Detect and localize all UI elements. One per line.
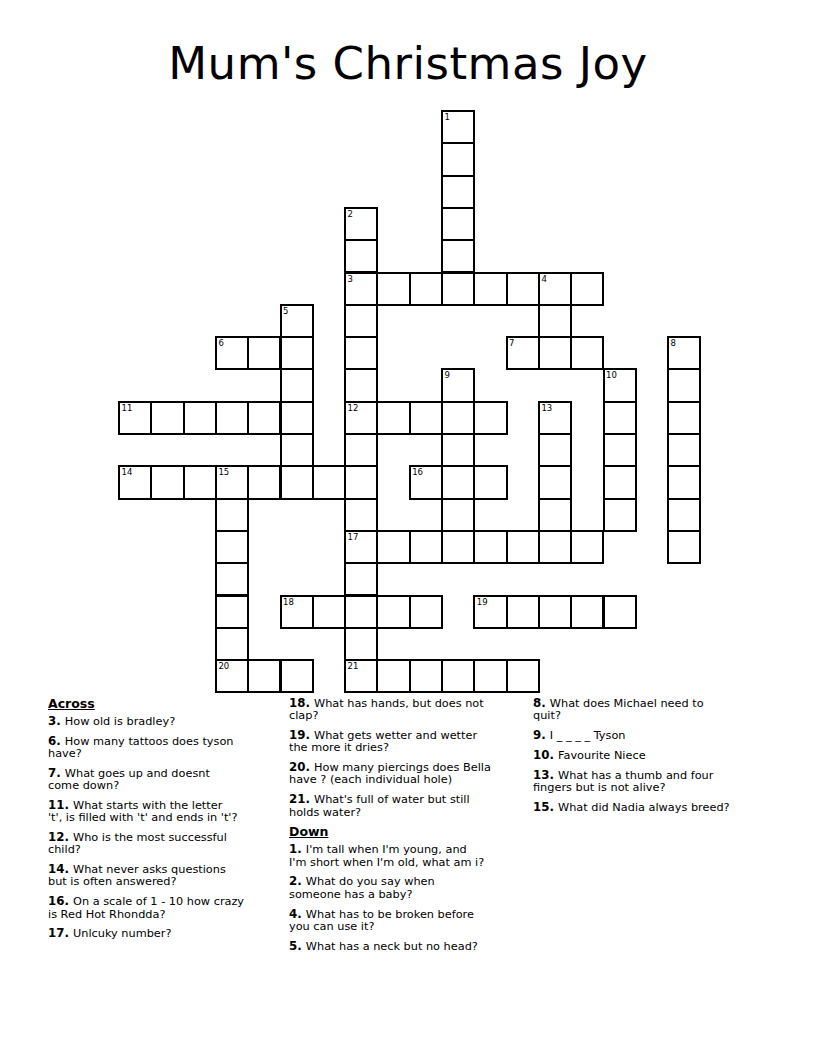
clue-across-11: 11. What starts with the letter't', is f… (48, 799, 296, 825)
grid-cell-r14c3[interactable] (215, 562, 249, 596)
crossword-grid: 123456789101112131415161718192021 (118, 110, 702, 694)
clue-number: 11. (48, 798, 73, 812)
grid-cell-r11c3[interactable]: 15 (215, 465, 249, 499)
grid-cell-r7c4[interactable] (247, 336, 281, 370)
grid-cell-r7c7[interactable] (344, 336, 378, 370)
grid-cell-r17c9[interactable] (409, 659, 443, 693)
grid-cell-r12c3[interactable] (215, 498, 249, 532)
across-clues-column: Across3. How old is bradley?6. How many … (48, 697, 296, 947)
cell-number: 1 (445, 112, 450, 122)
clue-across-12: 12. Who is the most successfulchild? (48, 831, 296, 857)
page: Mum's Christmas Joy 12345678910111213141… (0, 0, 816, 1056)
clue-across-7: 7. What goes up and doesntcome down? (48, 767, 296, 793)
clue-down-2: 2. What do you say whensomeone has a bab… (289, 875, 537, 901)
grid-cell-r15c7[interactable] (344, 595, 378, 629)
grid-cell-r11c9[interactable]: 16 (409, 465, 443, 499)
cell-number: 18 (283, 597, 294, 607)
grid-cell-r4c10[interactable] (441, 239, 475, 273)
cell-number: 10 (606, 370, 617, 380)
grid-cell-r5c12[interactable] (506, 272, 540, 306)
cell-number: 13 (541, 403, 552, 413)
clue-across-16: 16. On a scale of 1 - 10 how crazyis Red… (48, 895, 296, 921)
clue-number: 21. (289, 792, 314, 806)
grid-cell-r9c15[interactable] (603, 401, 637, 435)
cell-number: 15 (218, 467, 229, 477)
grid-cell-r13c12[interactable] (506, 530, 540, 564)
clue-across-17: 17. Unlcuky number? (48, 927, 296, 940)
grid-cell-r5c11[interactable] (473, 272, 507, 306)
grid-cell-r15c3[interactable] (215, 595, 249, 629)
clue-number: 7. (48, 766, 65, 780)
down-clues-column: 8. What does Michael need toquit?9. I _ … (533, 697, 781, 821)
clue-across-6: 6. How many tattoos does tysonhave? (48, 735, 296, 761)
grid-cell-r7c17[interactable]: 8 (667, 336, 701, 370)
grid-cell-r9c11[interactable] (473, 401, 507, 435)
grid-cell-r7c5[interactable] (280, 336, 314, 370)
grid-cell-r9c5[interactable] (280, 401, 314, 435)
grid-cell-r9c0[interactable]: 11 (118, 401, 152, 435)
clue-number: 5. (289, 939, 306, 953)
grid-cell-r7c13[interactable] (538, 336, 572, 370)
grid-cell-r2c10[interactable] (441, 175, 475, 209)
clue-number: 4. (289, 907, 306, 921)
grid-cell-r6c13[interactable] (538, 304, 572, 338)
grid-cell-r10c15[interactable] (603, 433, 637, 467)
cell-number: 11 (122, 403, 133, 413)
cell-number: 3 (348, 274, 353, 284)
grid-cell-r15c5[interactable]: 18 (280, 595, 314, 629)
grid-cell-r13c11[interactable] (473, 530, 507, 564)
grid-cell-r10c17[interactable] (667, 433, 701, 467)
clue-down-13: 13. What has a thumb and fourfingers but… (533, 769, 781, 795)
cell-number: 20 (218, 661, 229, 671)
grid-cell-r10c5[interactable] (280, 433, 314, 467)
clue-down-8: 8. What does Michael need toquit? (533, 697, 781, 723)
clue-number: 15. (533, 800, 558, 814)
grid-cell-r15c13[interactable] (538, 595, 572, 629)
grid-cell-r11c6[interactable] (312, 465, 346, 499)
clue-number: 2. (289, 874, 306, 888)
grid-cell-r11c7[interactable] (344, 465, 378, 499)
grid-cell-r12c17[interactable] (667, 498, 701, 532)
clue-across-19: 19. What gets wetter and wetterthe more … (289, 729, 537, 755)
clue-number: 19. (289, 728, 314, 742)
cell-number: 17 (348, 532, 359, 542)
cell-number: 21 (348, 661, 359, 671)
grid-cell-r11c10[interactable] (441, 465, 475, 499)
grid-cell-r11c4[interactable] (247, 465, 281, 499)
grid-cell-r6c7[interactable] (344, 304, 378, 338)
grid-cell-r9c4[interactable] (247, 401, 281, 435)
grid-cell-r9c9[interactable] (409, 401, 443, 435)
cell-number: 6 (218, 338, 223, 348)
grid-cell-r5c10[interactable] (441, 272, 475, 306)
grid-cell-r13c10[interactable] (441, 530, 475, 564)
grid-cell-r5c14[interactable] (570, 272, 604, 306)
grid-cell-r15c11[interactable]: 19 (473, 595, 507, 629)
grid-cell-r13c8[interactable] (376, 530, 410, 564)
cell-number: 16 (412, 467, 423, 477)
grid-cell-r13c17[interactable] (667, 530, 701, 564)
grid-cell-r15c8[interactable] (376, 595, 410, 629)
grid-cell-r9c8[interactable] (376, 401, 410, 435)
cell-number: 12 (348, 403, 359, 413)
grid-cell-r10c7[interactable] (344, 433, 378, 467)
cell-number: 8 (671, 338, 676, 348)
grid-cell-r10c10[interactable] (441, 433, 475, 467)
grid-cell-r10c13[interactable] (538, 433, 572, 467)
grid-cell-r9c7[interactable]: 12 (344, 401, 378, 435)
grid-cell-r11c11[interactable] (473, 465, 507, 499)
clue-across-20: 20. How many piercings does Bellahave ? … (289, 761, 537, 787)
grid-cell-r12c13[interactable] (538, 498, 572, 532)
grid-cell-r15c15[interactable] (603, 595, 637, 629)
grid-cell-r12c7[interactable] (344, 498, 378, 532)
clue-number: 3. (48, 714, 65, 728)
grid-cell-r0c10[interactable]: 1 (441, 110, 475, 144)
grid-cell-r11c2[interactable] (183, 465, 217, 499)
grid-cell-r15c12[interactable] (506, 595, 540, 629)
cell-number: 2 (348, 209, 353, 219)
grid-cell-r17c7[interactable]: 21 (344, 659, 378, 693)
grid-cell-r8c10[interactable]: 9 (441, 368, 475, 402)
clue-down-1: 1. I'm tall when I'm young, andI'm short… (289, 843, 537, 869)
grid-cell-r5c13[interactable]: 4 (538, 272, 572, 306)
grid-cell-r17c10[interactable] (441, 659, 475, 693)
grid-cell-r8c5[interactable] (280, 368, 314, 402)
grid-cell-r9c10[interactable] (441, 401, 475, 435)
clue-number: 9. (533, 728, 550, 742)
clue-down-15: 15. What did Nadia always breed? (533, 801, 781, 814)
grid-cell-r4c7[interactable] (344, 239, 378, 273)
across-header: Across (48, 697, 296, 710)
grid-cell-r9c3[interactable] (215, 401, 249, 435)
clue-number: 8. (533, 696, 550, 710)
puzzle-title: Mum's Christmas Joy (0, 38, 816, 90)
grid-cell-r5c8[interactable] (376, 272, 410, 306)
clue-number: 17. (48, 926, 73, 940)
grid-cell-r17c4[interactable] (247, 659, 281, 693)
down-header: Down (289, 825, 537, 838)
grid-cell-r9c17[interactable] (667, 401, 701, 435)
clue-number: 6. (48, 734, 65, 748)
clue-down-9: 9. I _ _ _ _ Tyson (533, 729, 781, 742)
grid-cell-r15c14[interactable] (570, 595, 604, 629)
grid-cell-r8c15[interactable]: 10 (603, 368, 637, 402)
grid-cell-r14c7[interactable] (344, 562, 378, 596)
grid-cell-r6c5[interactable]: 5 (280, 304, 314, 338)
grid-cell-r11c13[interactable] (538, 465, 572, 499)
grid-cell-r3c7[interactable]: 2 (344, 207, 378, 241)
clue-across-21: 21. What's full of water but stillholds … (289, 793, 537, 819)
clue-down-10: 10. Favourite Niece (533, 749, 781, 762)
grid-cell-r12c10[interactable] (441, 498, 475, 532)
grid-cell-r1c10[interactable] (441, 142, 475, 176)
grid-cell-r17c12[interactable] (506, 659, 540, 693)
clue-down-5: 5. What has a neck but no head? (289, 940, 537, 953)
grid-cell-r17c8[interactable] (376, 659, 410, 693)
grid-cell-r7c12[interactable]: 7 (506, 336, 540, 370)
grid-cell-r11c0[interactable]: 14 (118, 465, 152, 499)
cell-number: 7 (509, 338, 514, 348)
grid-cell-r12c15[interactable] (603, 498, 637, 532)
grid-cell-r11c15[interactable] (603, 465, 637, 499)
grid-cell-r13c7[interactable]: 17 (344, 530, 378, 564)
clue-number: 16. (48, 894, 73, 908)
grid-cell-r17c11[interactable] (473, 659, 507, 693)
grid-cell-r9c13[interactable]: 13 (538, 401, 572, 435)
grid-cell-r7c3[interactable]: 6 (215, 336, 249, 370)
clue-number: 18. (289, 696, 314, 710)
grid-cell-r11c17[interactable] (667, 465, 701, 499)
grid-cell-r13c14[interactable] (570, 530, 604, 564)
cell-number: 9 (445, 370, 450, 380)
cell-number: 4 (541, 274, 546, 284)
grid-cell-r7c14[interactable] (570, 336, 604, 370)
cell-number: 14 (122, 467, 133, 477)
middle-clues-column: 18. What has hands, but does notclap?19.… (289, 697, 537, 959)
grid-cell-r13c13[interactable] (538, 530, 572, 564)
grid-cell-r9c2[interactable] (183, 401, 217, 435)
clue-across-18: 18. What has hands, but does notclap? (289, 697, 537, 723)
grid-cell-r13c9[interactable] (409, 530, 443, 564)
cell-number: 19 (477, 597, 488, 607)
grid-cell-r17c5[interactable] (280, 659, 314, 693)
grid-cell-r16c7[interactable] (344, 627, 378, 661)
grid-cell-r15c6[interactable] (312, 595, 346, 629)
clue-number: 1. (289, 842, 306, 856)
grid-cell-r3c10[interactable] (441, 207, 475, 241)
grid-cell-r11c1[interactable] (150, 465, 184, 499)
clue-number: 20. (289, 760, 314, 774)
clue-number: 12. (48, 830, 73, 844)
clue-number: 13. (533, 768, 558, 782)
grid-cell-r17c3[interactable]: 20 (215, 659, 249, 693)
clue-number: 10. (533, 748, 558, 762)
clue-number: 14. (48, 862, 73, 876)
cell-number: 5 (283, 306, 288, 316)
grid-cell-r5c9[interactable] (409, 272, 443, 306)
clue-across-14: 14. What never asks questionsbut is ofte… (48, 863, 296, 889)
grid-cell-r8c7[interactable] (344, 368, 378, 402)
grid-cell-r16c3[interactable] (215, 627, 249, 661)
clue-across-3: 3. How old is bradley? (48, 715, 296, 728)
grid-cell-r5c7[interactable]: 3 (344, 272, 378, 306)
grid-cell-r15c9[interactable] (409, 595, 443, 629)
grid-cell-r8c17[interactable] (667, 368, 701, 402)
grid-cell-r9c1[interactable] (150, 401, 184, 435)
clue-down-4: 4. What has to be broken beforeyou can u… (289, 908, 537, 934)
grid-cell-r13c3[interactable] (215, 530, 249, 564)
grid-cell-r11c5[interactable] (280, 465, 314, 499)
